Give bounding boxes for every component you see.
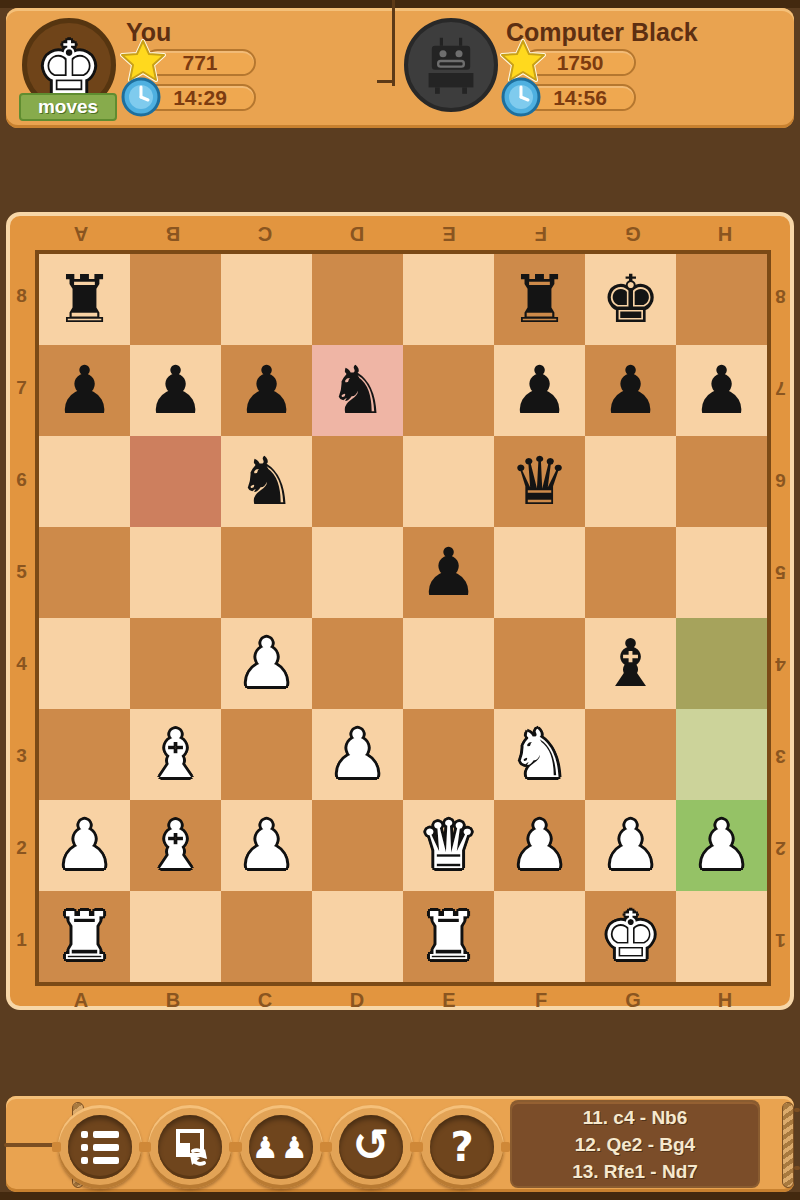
square-h5[interactable]: [676, 527, 767, 618]
black-king-g8[interactable]: ♚: [601, 267, 660, 333]
square-b7[interactable]: ♟: [130, 345, 221, 436]
white-pawn-c4[interactable]: ♟: [237, 631, 296, 697]
square-h3[interactable]: [676, 709, 767, 800]
coordinate-label: 5: [769, 526, 792, 618]
square-g6[interactable]: [585, 436, 676, 527]
square-g8[interactable]: ♚: [585, 254, 676, 345]
square-f3[interactable]: ♞: [494, 709, 585, 800]
square-e8[interactable]: [403, 254, 494, 345]
header-divider-tick: [377, 80, 393, 83]
square-a4[interactable]: [39, 618, 130, 709]
coordinate-label: E: [403, 988, 495, 1012]
square-a3[interactable]: [39, 709, 130, 800]
square-g2[interactable]: ♟: [585, 800, 676, 891]
black-rating-value: 1750: [557, 51, 604, 75]
black-player-avatar: [404, 18, 498, 112]
square-a5[interactable]: [39, 527, 130, 618]
square-b6[interactable]: [130, 436, 221, 527]
help-icon: ?: [450, 1124, 473, 1170]
square-b3[interactable]: ♝: [130, 709, 221, 800]
square-f1[interactable]: [494, 891, 585, 982]
coordinate-label: A: [35, 222, 127, 246]
square-d8[interactable]: [312, 254, 403, 345]
square-a2[interactable]: ♟: [39, 800, 130, 891]
coordinate-label: H: [679, 988, 771, 1012]
white-pawn-h2[interactable]: ♟: [692, 813, 751, 879]
coordinate-label: G: [587, 988, 679, 1012]
coordinate-label: G: [587, 222, 679, 246]
header-panel: ♚ moves You 771 14:29 Computer Black: [6, 8, 794, 128]
coordinate-label: 3: [10, 710, 33, 802]
coordinate-label: 5: [10, 526, 33, 618]
square-b2[interactable]: ♝: [130, 800, 221, 891]
move-list-line: 13. Rfe1 - Nd7: [512, 1158, 758, 1185]
coordinate-label: 1: [10, 894, 33, 986]
coordinate-label: 6: [769, 434, 792, 526]
white-rook-a1[interactable]: ♜: [55, 904, 114, 970]
undo-icon: ↺: [353, 1119, 390, 1170]
white-pawn-f2[interactable]: ♟: [510, 813, 569, 879]
square-c1[interactable]: [221, 891, 312, 982]
black-pawn-h7[interactable]: ♟: [692, 358, 751, 424]
square-f8[interactable]: ♜: [494, 254, 585, 345]
square-c6[interactable]: ♞: [221, 436, 312, 527]
square-d7[interactable]: ♞: [312, 345, 403, 436]
square-a6[interactable]: [39, 436, 130, 527]
square-b4[interactable]: [130, 618, 221, 709]
square-e5[interactable]: ♟: [403, 527, 494, 618]
square-h1[interactable]: [676, 891, 767, 982]
square-b1[interactable]: [130, 891, 221, 982]
black-queen-f6[interactable]: ♛: [510, 449, 569, 515]
flip-board-icon: [168, 1125, 212, 1169]
square-b5[interactable]: [130, 527, 221, 618]
black-pawn-e5[interactable]: ♟: [419, 540, 478, 606]
chess-board: ♜♜♚♟♟♟♞♟♟♟♞♛♟♟♝♝♟♞♟♝♟♛♟♟♟♜♜♚: [35, 250, 771, 986]
coordinate-label: A: [35, 988, 127, 1012]
moves-badge: moves: [19, 93, 117, 121]
coordinate-label: 3: [769, 710, 792, 802]
square-h8[interactable]: [676, 254, 767, 345]
square-f7[interactable]: ♟: [494, 345, 585, 436]
rope-tick-top: [794, 1108, 800, 1112]
square-a7[interactable]: ♟: [39, 345, 130, 436]
black-clock-icon: [500, 76, 542, 118]
square-c2[interactable]: ♟: [221, 800, 312, 891]
coordinate-label: 6: [10, 434, 33, 526]
black-knight-d7[interactable]: ♞: [328, 358, 387, 424]
coordinate-label: D: [311, 222, 403, 246]
square-e1[interactable]: ♜: [403, 891, 494, 982]
square-h4[interactable]: [676, 618, 767, 709]
top-edge-strip: [0, 0, 800, 8]
move-list-line: 11. c4 - Nb6: [512, 1104, 758, 1131]
coordinate-label: 2: [10, 802, 33, 894]
square-d2[interactable]: [312, 800, 403, 891]
coordinate-label: C: [219, 988, 311, 1012]
square-a1[interactable]: ♜: [39, 891, 130, 982]
square-g1[interactable]: ♚: [585, 891, 676, 982]
square-c8[interactable]: [221, 254, 312, 345]
file-labels-top: ABCDEFGH: [35, 222, 771, 246]
black-pawn-b7[interactable]: ♟: [146, 358, 205, 424]
square-e2[interactable]: ♛: [403, 800, 494, 891]
black-pawn-c7[interactable]: ♟: [237, 358, 296, 424]
move-list-line: 12. Qe2 - Bg4: [512, 1131, 758, 1158]
move-list-panel: 11. c4 - Nb6 12. Qe2 - Bg4 13. Rfe1 - Nd…: [512, 1102, 758, 1186]
square-d4[interactable]: [312, 618, 403, 709]
square-f2[interactable]: ♟: [494, 800, 585, 891]
coordinate-label: B: [127, 988, 219, 1012]
coordinate-label: C: [219, 222, 311, 246]
white-clock-value: 14:29: [173, 86, 227, 110]
rank-labels-left: 87654321: [10, 250, 33, 986]
square-e6[interactable]: [403, 436, 494, 527]
square-e7[interactable]: [403, 345, 494, 436]
file-labels-bottom: ABCDEFGH: [35, 988, 771, 1012]
square-d6[interactable]: [312, 436, 403, 527]
black-pawn-a7[interactable]: ♟: [55, 358, 114, 424]
square-h2[interactable]: ♟: [676, 800, 767, 891]
robot-icon: [419, 33, 483, 97]
coordinate-label: H: [679, 222, 771, 246]
black-bishop-g4[interactable]: ♝: [601, 631, 660, 697]
square-c3[interactable]: [221, 709, 312, 800]
square-d5[interactable]: [312, 527, 403, 618]
coordinate-label: 4: [769, 618, 792, 710]
coordinate-label: F: [495, 222, 587, 246]
black-rook-a8[interactable]: ♜: [55, 267, 114, 333]
black-pawn-f7[interactable]: ♟: [510, 358, 569, 424]
bottom-edge-strip: [0, 1192, 800, 1200]
white-clock-icon: [120, 76, 162, 118]
square-g7[interactable]: ♟: [585, 345, 676, 436]
white-knight-f3[interactable]: ♞: [510, 722, 569, 788]
coordinate-label: 1: [769, 894, 792, 986]
coordinate-label: E: [403, 222, 495, 246]
square-f5[interactable]: [494, 527, 585, 618]
square-e4[interactable]: [403, 618, 494, 709]
square-g5[interactable]: [585, 527, 676, 618]
coordinate-label: 4: [10, 618, 33, 710]
black-knight-c6[interactable]: ♞: [237, 449, 296, 515]
square-d1[interactable]: [312, 891, 403, 982]
white-bishop-b2[interactable]: ♝: [146, 813, 205, 879]
square-h7[interactable]: ♟: [676, 345, 767, 436]
coordinate-label: D: [311, 988, 403, 1012]
square-h6[interactable]: [676, 436, 767, 527]
coordinate-label: F: [495, 988, 587, 1012]
undo-button[interactable]: ↺: [329, 1105, 413, 1189]
white-rook-e1[interactable]: ♜: [419, 904, 478, 970]
white-queen-e2[interactable]: ♛: [419, 813, 478, 879]
square-g3[interactable]: [585, 709, 676, 800]
pawns-icon: ♟♟: [252, 1130, 310, 1165]
pieces-button[interactable]: ♟♟: [239, 1105, 323, 1189]
white-bishop-b3[interactable]: ♝: [146, 722, 205, 788]
white-rating-value: 771: [182, 51, 217, 75]
rope-right: [782, 1102, 794, 1188]
white-pawn-g2[interactable]: ♟: [601, 813, 660, 879]
square-c5[interactable]: [221, 527, 312, 618]
square-d3[interactable]: ♟: [312, 709, 403, 800]
white-pawn-a2[interactable]: ♟: [55, 813, 114, 879]
coordinate-label: 2: [769, 802, 792, 894]
square-c4[interactable]: ♟: [221, 618, 312, 709]
square-f4[interactable]: [494, 618, 585, 709]
black-rook-f8[interactable]: ♜: [510, 267, 569, 333]
square-b8[interactable]: [130, 254, 221, 345]
rank-labels-right: 87654321: [769, 250, 792, 986]
white-pawn-c2[interactable]: ♟: [237, 813, 296, 879]
black-pawn-g7[interactable]: ♟: [601, 358, 660, 424]
coordinate-label: 8: [769, 250, 792, 342]
square-a8[interactable]: ♜: [39, 254, 130, 345]
square-c7[interactable]: ♟: [221, 345, 312, 436]
square-f6[interactable]: ♛: [494, 436, 585, 527]
rope-tick-bottom: [794, 1166, 800, 1170]
board-frame: ABCDEFGH 87654321 ♜♜♚♟♟♟♞♟♟♟♞♛♟♟♝♝♟♞♟♝♟♛…: [6, 212, 794, 1010]
menu-list-icon: [81, 1131, 119, 1164]
square-e3[interactable]: [403, 709, 494, 800]
coordinate-label: 8: [10, 250, 33, 342]
header-divider: [392, 0, 395, 86]
black-clock-value: 14:56: [553, 86, 607, 110]
flip-board-button[interactable]: [148, 1105, 232, 1189]
white-pawn-d3[interactable]: ♟: [328, 722, 387, 788]
square-g4[interactable]: ♝: [585, 618, 676, 709]
help-button[interactable]: ?: [420, 1105, 504, 1189]
coordinate-label: 7: [769, 342, 792, 434]
white-king-g1[interactable]: ♚: [601, 904, 660, 970]
coordinate-label: B: [127, 222, 219, 246]
menu-button[interactable]: [58, 1105, 142, 1189]
coordinate-label: 7: [10, 342, 33, 434]
